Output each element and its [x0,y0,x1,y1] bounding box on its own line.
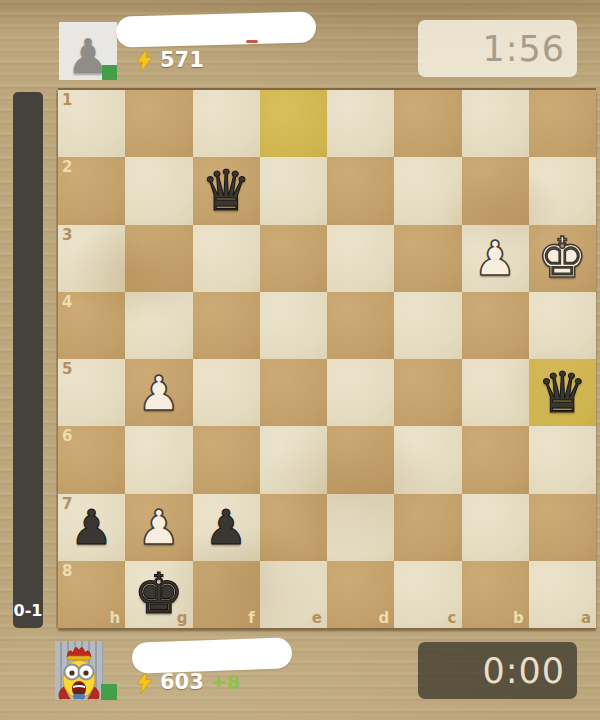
bottom-player-name-scribble [132,637,293,674]
square-c4[interactable] [394,292,461,359]
square-e2[interactable] [260,157,327,224]
square-h1[interactable]: 1 [58,90,125,157]
square-h7[interactable]: 7♟ [58,494,125,561]
square-a7[interactable] [529,494,596,561]
square-e4[interactable] [260,292,327,359]
square-d5[interactable] [327,359,394,426]
scribble-red-mark [246,40,258,43]
square-c5[interactable] [394,359,461,426]
square-b2[interactable] [462,157,529,224]
square-a1[interactable] [529,90,596,157]
square-b1[interactable] [462,90,529,157]
square-f6[interactable] [193,426,260,493]
square-a2[interactable] [529,157,596,224]
top-player-rating-row: 571 [136,48,204,72]
square-a8[interactable]: a [529,561,596,628]
file-label-b: b [513,611,524,626]
square-g5[interactable]: ♟ [125,359,192,426]
square-f2[interactable]: ♛ [193,157,260,224]
bottom-player-rating: 603 [160,670,204,694]
square-c1[interactable] [394,90,461,157]
square-b4[interactable] [462,292,529,359]
rank-label-5: 5 [62,362,72,377]
square-e8[interactable]: e [260,561,327,628]
square-f4[interactable] [193,292,260,359]
top-player-clock-time: 1:56 [482,29,565,69]
file-label-d: d [379,611,390,626]
chess-board[interactable]: 12♛3♟♚45♟♛67♟♟♟8hg♚fedcba [58,90,596,628]
square-h2[interactable]: 2 [58,157,125,224]
square-b6[interactable] [462,426,529,493]
square-a3[interactable]: ♚ [529,225,596,292]
square-c3[interactable] [394,225,461,292]
square-h4[interactable]: 4 [58,292,125,359]
piece-white-pawn[interactable]: ♟ [462,225,529,292]
piece-black-pawn[interactable]: ♟ [58,494,125,561]
top-player-name-scribble [116,11,317,47]
square-d4[interactable] [327,292,394,359]
square-e6[interactable] [260,426,327,493]
square-a4[interactable] [529,292,596,359]
square-f8[interactable]: f [193,561,260,628]
square-h8[interactable]: 8h [58,561,125,628]
square-g4[interactable] [125,292,192,359]
square-d2[interactable] [327,157,394,224]
square-d3[interactable] [327,225,394,292]
square-d7[interactable] [327,494,394,561]
piece-black-king[interactable]: ♚ [125,561,192,628]
square-e7[interactable] [260,494,327,561]
rank-label-3: 3 [62,228,72,243]
rank-label-4: 4 [62,295,72,310]
square-d8[interactable]: d [327,561,394,628]
square-h6[interactable]: 6 [58,426,125,493]
square-e5[interactable] [260,359,327,426]
square-f1[interactable] [193,90,260,157]
lightning-bolt-icon [136,49,153,72]
file-label-f: f [248,611,255,626]
square-c6[interactable] [394,426,461,493]
top-player-rating: 571 [160,48,204,72]
square-g6[interactable] [125,426,192,493]
bottom-player-clock-time: 0:00 [482,651,565,691]
square-b3[interactable]: ♟ [462,225,529,292]
square-c7[interactable] [394,494,461,561]
piece-white-pawn[interactable]: ♟ [125,359,192,426]
minion-cartoon-avatar-icon [55,641,103,699]
bottom-player-rating-delta: +8 [211,671,240,693]
square-d1[interactable] [327,90,394,157]
square-g7[interactable]: ♟ [125,494,192,561]
file-label-a: a [581,611,591,626]
square-b7[interactable] [462,494,529,561]
bottom-player-online-badge [101,684,117,700]
square-f3[interactable] [193,225,260,292]
piece-white-king[interactable]: ♚ [529,225,596,292]
square-a6[interactable] [529,426,596,493]
square-a5[interactable]: ♛ [529,359,596,426]
bottom-player-rating-row: 603 +8 [136,670,240,694]
square-b8[interactable]: b [462,561,529,628]
chess-app-screen: ♟ 571 1:56 0-1 12♛3♟♚45♟♛67♟♟♟8hg♚fedcba [0,0,600,720]
square-d6[interactable] [327,426,394,493]
square-f7[interactable]: ♟ [193,494,260,561]
square-b5[interactable] [462,359,529,426]
rank-label-6: 6 [62,429,72,444]
file-label-c: c [448,611,457,626]
square-g3[interactable] [125,225,192,292]
top-player-clock: 1:56 [418,20,577,77]
bottom-player-avatar[interactable] [55,641,103,700]
square-g2[interactable] [125,157,192,224]
rank-label-8: 8 [62,564,72,579]
piece-black-pawn[interactable]: ♟ [193,494,260,561]
lightning-bolt-icon [136,671,153,694]
bottom-player-clock: 0:00 [418,642,577,699]
square-f5[interactable] [193,359,260,426]
square-c8[interactable]: c [394,561,461,628]
result-bar: 0-1 [13,92,43,628]
square-h5[interactable]: 5 [58,359,125,426]
square-c2[interactable] [394,157,461,224]
square-g8[interactable]: g♚ [125,561,192,628]
piece-white-pawn[interactable]: ♟ [125,494,192,561]
file-label-e: e [312,611,322,626]
square-h3[interactable]: 3 [58,225,125,292]
square-g1[interactable] [125,90,192,157]
rank-label-1: 1 [62,93,72,108]
file-label-h: h [110,611,121,626]
rank-label-2: 2 [62,160,72,175]
square-e1[interactable] [260,90,327,157]
square-e3[interactable] [260,225,327,292]
piece-black-queen[interactable]: ♛ [193,157,260,224]
piece-black-queen[interactable]: ♛ [529,359,596,426]
result-label: 0-1 [13,601,43,620]
top-player-online-badge [102,65,117,80]
